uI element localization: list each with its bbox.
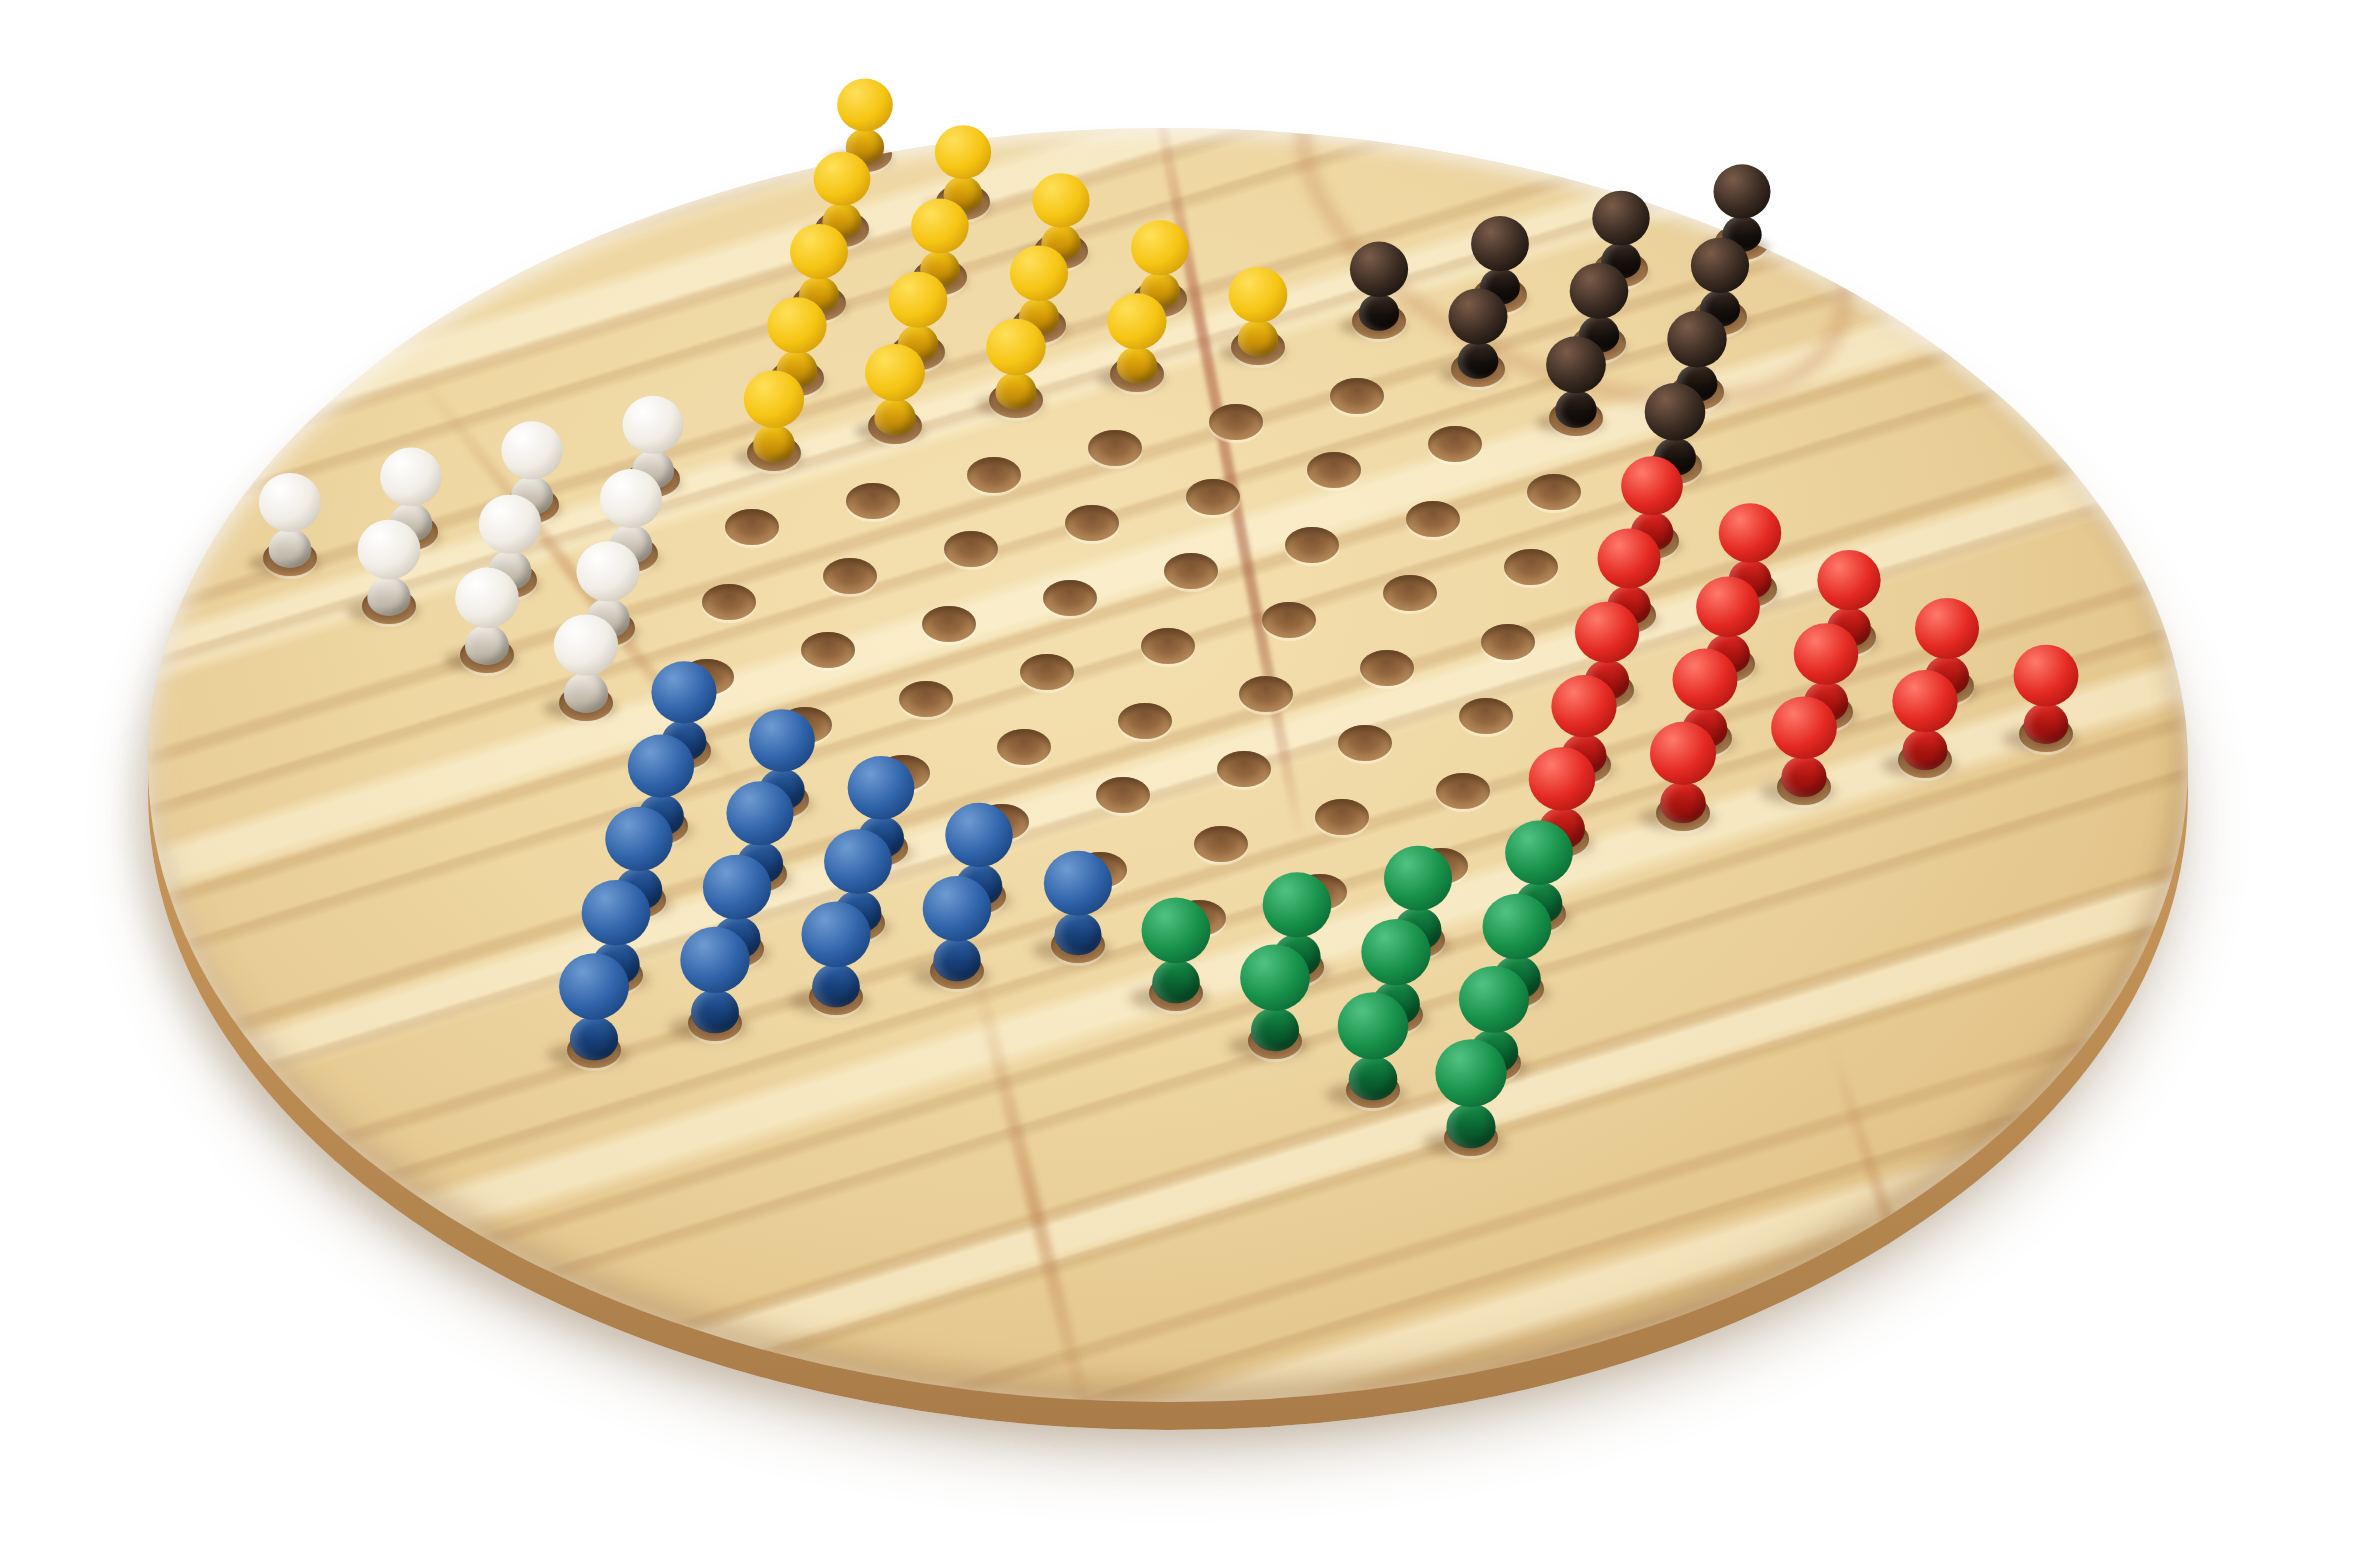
hole[interactable] — [1315, 799, 1369, 835]
peg-foot — [754, 425, 795, 463]
peg-head — [628, 734, 694, 797]
peg-head — [1593, 190, 1650, 245]
peg-head — [623, 396, 684, 454]
peg-black[interactable] — [1347, 242, 1411, 333]
peg-foot — [570, 1016, 618, 1060]
peg-head — [1338, 992, 1409, 1059]
peg-head — [559, 953, 629, 1020]
hole[interactable] — [1307, 452, 1361, 488]
peg-head — [1794, 623, 1859, 684]
peg-head — [1528, 748, 1595, 811]
peg-foot — [1902, 730, 1947, 771]
peg-head — [1696, 576, 1760, 637]
peg-head — [790, 224, 848, 279]
peg-head — [502, 421, 563, 479]
peg-foot — [1447, 1104, 1496, 1149]
peg-head — [1361, 919, 1430, 985]
peg-foot — [1359, 294, 1399, 330]
peg-head — [605, 807, 673, 871]
peg-white[interactable] — [452, 567, 522, 666]
peg-head — [946, 803, 1013, 867]
peg-head — [357, 520, 420, 580]
peg-green[interactable] — [1432, 1039, 1510, 1150]
peg-head — [767, 297, 826, 353]
peg-head — [744, 370, 804, 428]
peg-foot — [1238, 321, 1278, 358]
peg-head — [479, 494, 541, 553]
peg-head — [1621, 456, 1683, 515]
peg-head — [1010, 246, 1068, 302]
peg-blue[interactable] — [1040, 850, 1115, 957]
peg-foot — [1152, 960, 1199, 1003]
peg-head — [1598, 529, 1661, 589]
peg-yellow[interactable] — [984, 319, 1049, 412]
peg-foot — [812, 964, 859, 1007]
peg-head — [2013, 645, 2078, 707]
peg-foot — [367, 577, 410, 616]
peg-head — [651, 661, 716, 723]
peg-head — [1263, 872, 1332, 937]
peg-foot — [2023, 704, 2068, 745]
peg-head — [1044, 850, 1112, 915]
peg-head — [987, 319, 1047, 376]
peg-foot — [1660, 782, 1705, 823]
hole[interactable] — [922, 606, 976, 642]
peg-head — [1436, 1039, 1507, 1107]
hole[interactable] — [1164, 553, 1218, 589]
peg-yellow[interactable] — [862, 344, 928, 438]
hole[interactable] — [1239, 676, 1293, 712]
peg-blue[interactable] — [919, 876, 994, 983]
peg-black[interactable] — [1543, 336, 1608, 429]
hole[interactable] — [1285, 527, 1339, 563]
peg-head — [1771, 696, 1837, 759]
hole[interactable] — [997, 729, 1051, 765]
hole[interactable] — [1383, 575, 1437, 611]
peg-head — [888, 272, 947, 328]
peg-white[interactable] — [550, 614, 620, 715]
peg-head — [1546, 336, 1606, 393]
peg-green[interactable] — [1236, 945, 1312, 1054]
hole[interactable] — [1330, 378, 1384, 414]
peg-head — [1448, 289, 1507, 345]
peg-head — [824, 829, 892, 894]
peg-foot — [691, 990, 739, 1033]
hole[interactable] — [1141, 628, 1195, 664]
peg-head — [1673, 649, 1738, 711]
peg-head — [749, 709, 815, 772]
hole[interactable] — [801, 632, 855, 668]
peg-head — [1650, 722, 1716, 785]
peg-head — [848, 756, 915, 820]
peg-head — [1350, 242, 1408, 298]
peg-red[interactable] — [1647, 722, 1719, 825]
hole[interactable] — [1436, 773, 1490, 809]
peg-red[interactable] — [1768, 696, 1840, 799]
peg-head — [1384, 846, 1452, 911]
peg-yellow[interactable] — [741, 370, 807, 464]
peg-foot — [1117, 347, 1158, 384]
peg-foot — [875, 399, 916, 436]
peg-head — [577, 541, 640, 601]
peg-red[interactable] — [2010, 645, 2081, 746]
peg-head — [582, 880, 651, 946]
peg-head — [1240, 945, 1310, 1011]
peg-foot — [996, 373, 1037, 410]
hole[interactable] — [1118, 703, 1172, 739]
peg-foot — [1556, 390, 1597, 427]
peg-head — [1033, 173, 1090, 227]
peg-head — [1817, 551, 1880, 611]
peg-head — [912, 199, 970, 254]
peg-head — [1667, 310, 1726, 367]
hole[interactable] — [1360, 650, 1414, 686]
hole[interactable] — [1527, 474, 1581, 510]
peg-foot — [1781, 756, 1826, 797]
hole[interactable] — [967, 457, 1021, 493]
hole[interactable] — [1065, 505, 1119, 541]
peg-red[interactable] — [1889, 671, 1960, 773]
peg-head — [726, 782, 793, 846]
peg-foot — [1251, 1008, 1299, 1052]
peg-head — [1719, 503, 1782, 563]
peg-green[interactable] — [1334, 992, 1411, 1102]
hole[interactable] — [1088, 430, 1142, 466]
peg-yellow[interactable] — [1226, 267, 1290, 359]
hole[interactable] — [1262, 602, 1316, 638]
peg-head — [703, 854, 771, 919]
peg-head — [1552, 675, 1617, 737]
hole[interactable] — [1459, 698, 1513, 734]
peg-head — [1108, 293, 1167, 349]
peg-head — [1915, 598, 1979, 659]
peg-head — [680, 927, 750, 993]
peg-foot — [563, 673, 607, 713]
hole[interactable] — [725, 509, 779, 545]
hole[interactable] — [1217, 751, 1271, 787]
hole[interactable] — [702, 584, 756, 620]
peg-head — [935, 126, 991, 180]
peg-blue[interactable] — [798, 902, 874, 1010]
hole[interactable] — [1481, 624, 1535, 660]
peg-head — [1691, 238, 1749, 293]
hole[interactable] — [899, 681, 953, 717]
hole[interactable] — [1194, 826, 1248, 862]
peg-foot — [269, 529, 312, 568]
peg-head — [865, 344, 925, 401]
peg-yellow[interactable] — [1105, 293, 1170, 385]
hole[interactable] — [1043, 580, 1097, 616]
hole[interactable] — [823, 558, 877, 594]
hole[interactable] — [944, 531, 998, 567]
peg-head — [922, 876, 991, 941]
peg-foot — [1349, 1056, 1397, 1100]
peg-head — [600, 469, 662, 528]
peg-white[interactable] — [354, 520, 423, 618]
peg-head — [259, 473, 321, 532]
peg-blue[interactable] — [677, 927, 753, 1036]
peg-blue[interactable] — [555, 953, 631, 1062]
peg-foot — [1457, 342, 1498, 379]
peg-black[interactable] — [1445, 289, 1510, 381]
hole[interactable] — [1406, 501, 1460, 537]
peg-head — [1575, 602, 1639, 663]
peg-foot — [1054, 912, 1101, 955]
peg-head — [814, 151, 871, 205]
peg-head — [1482, 893, 1551, 959]
hole[interactable] — [1338, 725, 1392, 761]
peg-head — [1142, 897, 1211, 963]
peg-head — [1229, 267, 1288, 323]
hole[interactable] — [1020, 654, 1074, 690]
peg-head — [1459, 966, 1529, 1033]
peg-white[interactable] — [256, 473, 324, 570]
peg-head — [1471, 216, 1529, 271]
hole[interactable] — [1428, 426, 1482, 462]
peg-head — [837, 79, 893, 132]
hole[interactable] — [846, 483, 900, 519]
peg-head — [553, 614, 617, 675]
peg-foot — [465, 625, 509, 665]
peg-head — [1505, 820, 1573, 885]
peg-head — [455, 567, 519, 628]
wood-grain-streak — [965, 954, 1104, 1402]
peg-head — [801, 902, 870, 968]
peg-green[interactable] — [1138, 897, 1213, 1005]
board-photo-scene — [0, 0, 2362, 1541]
hole[interactable] — [1096, 777, 1150, 813]
hole[interactable] — [1504, 549, 1558, 585]
peg-head — [1714, 165, 1771, 219]
peg-head — [380, 447, 442, 506]
peg-foot — [933, 938, 980, 981]
hole[interactable] — [1209, 404, 1263, 440]
peg-head — [1644, 383, 1705, 441]
peg-head — [1892, 671, 1957, 733]
peg-head — [1131, 220, 1189, 275]
hole[interactable] — [1186, 479, 1240, 515]
peg-head — [1569, 263, 1628, 319]
